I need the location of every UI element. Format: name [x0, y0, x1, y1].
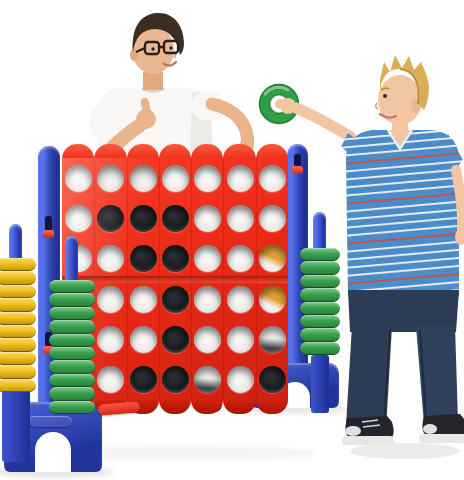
boy-sneaker-left — [342, 416, 394, 445]
boy-sneaker-right — [419, 414, 464, 443]
boy-nose — [376, 103, 378, 109]
boy-head — [376, 55, 429, 125]
boy-figure — [0, 0, 464, 480]
boy-body — [341, 114, 464, 296]
shadow-boy — [350, 443, 460, 459]
product-photo-scene — [0, 0, 464, 480]
boy-shirt — [346, 130, 459, 296]
boy-jeans — [346, 290, 459, 429]
boy-eye — [383, 94, 387, 98]
